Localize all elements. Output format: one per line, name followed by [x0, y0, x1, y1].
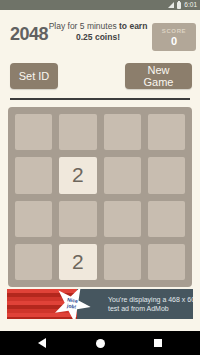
tile-2: 2: [59, 157, 96, 193]
signal-icon: [168, 2, 174, 8]
tile-2: 2: [59, 244, 96, 280]
new-game-button[interactable]: New Game: [125, 63, 192, 89]
empty-cell: [148, 114, 185, 150]
ad-text-line2: test ad from AdMob: [108, 304, 193, 314]
empty-cell: [59, 201, 96, 237]
empty-cell: [15, 114, 52, 150]
phone-screen: 6:01 2048 Play for 5 minutes to earn 0.2…: [0, 0, 200, 355]
status-time: 6:01: [184, 0, 197, 10]
promo-text-normal: Play for 5 minutes: [49, 21, 119, 31]
empty-cell: [148, 201, 185, 237]
nav-bar: [0, 331, 200, 355]
score-label: SCORE: [162, 28, 186, 35]
home-icon[interactable]: [96, 339, 105, 348]
score-value: 0: [171, 35, 177, 47]
empty-cell: [104, 244, 141, 280]
empty-cell: [148, 157, 185, 193]
ad-text-line1: You're displaying a 468 x 60: [108, 295, 193, 305]
empty-cell: [15, 244, 52, 280]
set-id-button[interactable]: Set ID: [10, 63, 58, 89]
app-title: 2048: [10, 26, 48, 42]
promo-text: Play for 5 minutes to earn 0.25 coins!: [46, 21, 150, 43]
recents-icon[interactable]: [154, 339, 162, 347]
empty-cell: [104, 157, 141, 193]
score-box: SCORE 0: [152, 23, 196, 51]
empty-cell: [104, 201, 141, 237]
empty-cell: [104, 114, 141, 150]
ad-text-area: You're displaying a 468 x 60 test ad fro…: [77, 289, 193, 319]
status-bar: 6:01: [0, 0, 200, 10]
header-divider: [10, 98, 190, 100]
battery-icon: [177, 2, 181, 9]
empty-cell: [15, 201, 52, 237]
back-icon[interactable]: [38, 338, 46, 348]
empty-cell: [15, 157, 52, 193]
ad-banner[interactable]: You're displaying a 468 x 60 test ad fro…: [7, 289, 193, 319]
board-grid[interactable]: 22: [8, 107, 192, 287]
empty-cell: [148, 244, 185, 280]
empty-cell: [59, 114, 96, 150]
